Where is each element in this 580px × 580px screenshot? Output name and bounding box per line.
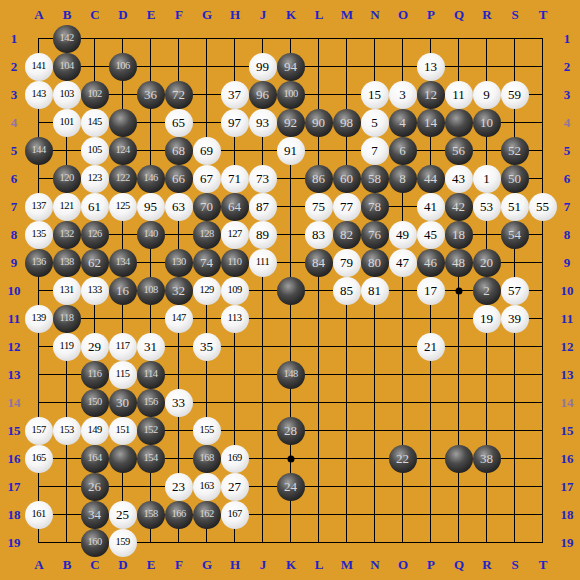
move-number: 19 (480, 312, 493, 325)
stone-black-58: 58 (361, 165, 389, 193)
move-number: 90 (312, 116, 325, 129)
row-label-left-13: 13 (8, 367, 21, 383)
stone-black-56: 56 (445, 137, 473, 165)
stone-white-37: 37 (221, 81, 249, 109)
move-number: 161 (31, 509, 45, 520)
row-label-right-15: 15 (561, 423, 574, 439)
row-label-right-8: 8 (564, 227, 571, 243)
stone-black-66: 66 (165, 165, 193, 193)
move-number: 77 (340, 200, 353, 213)
move-number: 36 (144, 88, 157, 101)
stone-white-153: 153 (53, 417, 81, 445)
grid-line-horizontal (38, 318, 543, 319)
col-label-top-M: M (341, 7, 353, 23)
stone-black-16: 16 (109, 277, 137, 305)
move-number: 136 (31, 257, 45, 268)
stone-white-57: 57 (501, 277, 529, 305)
stone-white-123: 123 (81, 165, 109, 193)
move-number: 113 (228, 313, 242, 324)
stone-white-7: 7 (361, 137, 389, 165)
stone-black-70: 70 (193, 193, 221, 221)
stone-white-111: 111 (249, 249, 277, 277)
move-number: 102 (87, 89, 101, 100)
stone-white-35: 35 (193, 333, 221, 361)
stone-black-102: 102 (81, 81, 109, 109)
move-number: 7 (371, 144, 378, 157)
move-number: 26 (88, 480, 101, 493)
stone-white-147: 147 (165, 305, 193, 333)
move-number: 143 (31, 89, 45, 100)
stone-black-108: 108 (137, 277, 165, 305)
stone-black-54: 54 (501, 221, 529, 249)
col-label-top-P: P (427, 7, 435, 23)
move-number: 86 (312, 172, 325, 185)
stone-white-63: 63 (165, 193, 193, 221)
stone-black-20: 20 (473, 249, 501, 277)
move-number: 57 (508, 284, 521, 297)
row-label-right-19: 19 (561, 535, 574, 551)
move-number: 99 (256, 60, 269, 73)
col-label-bottom-L: L (315, 557, 324, 573)
move-number: 133 (87, 285, 101, 296)
move-number: 70 (200, 200, 213, 213)
stone-white-155: 155 (193, 417, 221, 445)
move-number: 53 (480, 200, 493, 213)
col-label-bottom-H: H (230, 557, 240, 573)
stone-black-96: 96 (249, 81, 277, 109)
stone-black-46: 46 (417, 249, 445, 277)
row-label-right-2: 2 (564, 59, 571, 75)
stone-black-28: 28 (277, 417, 305, 445)
move-number: 74 (200, 256, 213, 269)
grid-line-vertical (542, 38, 543, 543)
stone-black-52: 52 (501, 137, 529, 165)
move-number: 11 (452, 88, 465, 101)
move-number: 8 (399, 172, 406, 185)
stone-black-128: 128 (193, 221, 221, 249)
move-number: 17 (424, 284, 437, 297)
stone-white-43: 43 (445, 165, 473, 193)
stone-black-handicap-Q4 (445, 109, 473, 137)
row-label-right-17: 17 (561, 479, 574, 495)
move-number: 101 (59, 117, 73, 128)
move-number: 84 (312, 256, 325, 269)
stone-white-113: 113 (221, 305, 249, 333)
stone-white-11: 11 (445, 81, 473, 109)
move-number: 71 (228, 172, 241, 185)
row-label-left-9: 9 (11, 255, 18, 271)
stone-white-145: 145 (81, 109, 109, 137)
move-number: 79 (340, 256, 353, 269)
stone-white-13: 13 (417, 53, 445, 81)
row-label-left-15: 15 (8, 423, 21, 439)
stone-black-42: 42 (445, 193, 473, 221)
stone-white-91: 91 (277, 137, 305, 165)
move-number: 30 (116, 396, 129, 409)
move-number: 98 (340, 116, 353, 129)
stone-white-73: 73 (249, 165, 277, 193)
stone-black-80: 80 (361, 249, 389, 277)
stone-black-92: 92 (277, 109, 305, 137)
stone-white-99: 99 (249, 53, 277, 81)
move-number: 117 (116, 341, 130, 352)
move-number: 49 (396, 228, 409, 241)
stone-white-109: 109 (221, 277, 249, 305)
move-number: 169 (227, 453, 241, 464)
move-number: 146 (143, 173, 157, 184)
col-label-top-C: C (90, 7, 99, 23)
move-number: 153 (59, 425, 73, 436)
stone-white-167: 167 (221, 501, 249, 529)
stone-white-97: 97 (221, 109, 249, 137)
move-number: 97 (228, 116, 241, 129)
row-label-left-18: 18 (8, 507, 21, 523)
stone-black-118: 118 (53, 305, 81, 333)
stone-white-23: 23 (165, 473, 193, 501)
move-number: 22 (396, 452, 409, 465)
row-label-left-10: 10 (8, 283, 21, 299)
move-number: 5 (371, 116, 378, 129)
stone-white-61: 61 (81, 193, 109, 221)
stone-white-133: 133 (81, 277, 109, 305)
move-number: 132 (59, 229, 73, 240)
col-label-top-F: F (175, 7, 183, 23)
stone-white-127: 127 (221, 221, 249, 249)
move-number: 104 (59, 61, 73, 72)
stone-white-131: 131 (53, 277, 81, 305)
move-number: 4 (399, 116, 406, 129)
move-number: 156 (143, 397, 157, 408)
move-number: 126 (87, 229, 101, 240)
move-number: 42 (452, 200, 465, 213)
stone-white-25: 25 (109, 501, 137, 529)
stone-black-100: 100 (277, 81, 305, 109)
stone-black-166: 166 (165, 501, 193, 529)
stone-white-49: 49 (389, 221, 417, 249)
move-number: 13 (424, 60, 437, 73)
col-label-bottom-C: C (90, 557, 99, 573)
move-number: 44 (424, 172, 437, 185)
move-number: 23 (172, 480, 185, 493)
move-number: 121 (59, 201, 73, 212)
row-label-left-3: 3 (11, 87, 18, 103)
move-number: 111 (256, 257, 269, 268)
stone-white-47: 47 (389, 249, 417, 277)
move-number: 105 (87, 145, 101, 156)
stone-black-84: 84 (305, 249, 333, 277)
move-number: 151 (115, 425, 129, 436)
row-label-left-8: 8 (11, 227, 18, 243)
move-number: 124 (115, 145, 129, 156)
stone-black-8: 8 (389, 165, 417, 193)
col-label-top-J: J (260, 7, 267, 23)
stone-white-1: 1 (473, 165, 501, 193)
stone-black-156: 156 (137, 389, 165, 417)
stone-white-103: 103 (53, 81, 81, 109)
stone-white-59: 59 (501, 81, 529, 109)
move-number: 72 (172, 88, 185, 101)
move-number: 140 (143, 229, 157, 240)
col-label-bottom-E: E (147, 557, 156, 573)
row-label-right-9: 9 (564, 255, 571, 271)
move-number: 62 (88, 256, 101, 269)
stone-black-78: 78 (361, 193, 389, 221)
move-number: 118 (60, 313, 74, 324)
stone-black-142: 142 (53, 25, 81, 53)
star-point-Q10 (455, 287, 462, 294)
stone-white-29: 29 (81, 333, 109, 361)
stone-black-152: 152 (137, 417, 165, 445)
row-label-left-11: 11 (8, 311, 20, 327)
move-number: 128 (199, 229, 213, 240)
row-label-right-6: 6 (564, 171, 571, 187)
move-number: 108 (143, 285, 157, 296)
stone-white-101: 101 (53, 109, 81, 137)
stone-white-27: 27 (221, 473, 249, 501)
move-number: 145 (87, 117, 101, 128)
move-number: 87 (256, 200, 269, 213)
col-label-bottom-O: O (398, 557, 408, 573)
move-number: 60 (340, 172, 353, 185)
stone-white-3: 3 (389, 81, 417, 109)
move-number: 157 (31, 425, 45, 436)
move-number: 14 (424, 116, 437, 129)
stone-black-6: 6 (389, 137, 417, 165)
col-label-bottom-G: G (202, 557, 212, 573)
stone-white-33: 33 (165, 389, 193, 417)
row-label-left-12: 12 (8, 339, 21, 355)
move-number: 138 (59, 257, 73, 268)
stone-black-62: 62 (81, 249, 109, 277)
move-number: 167 (227, 509, 241, 520)
stone-black-64: 64 (221, 193, 249, 221)
row-label-right-4: 4 (564, 115, 571, 131)
stone-black-86: 86 (305, 165, 333, 193)
move-number: 78 (368, 200, 381, 213)
move-number: 75 (312, 200, 325, 213)
row-label-right-5: 5 (564, 143, 571, 159)
col-label-bottom-J: J (260, 557, 267, 573)
move-number: 65 (172, 116, 185, 129)
stone-white-5: 5 (361, 109, 389, 137)
stone-white-135: 135 (25, 221, 53, 249)
stone-white-19: 19 (473, 305, 501, 333)
stone-white-81: 81 (361, 277, 389, 305)
move-number: 32 (172, 284, 185, 297)
col-label-top-L: L (315, 7, 324, 23)
move-number: 2 (483, 284, 490, 297)
stone-black-138: 138 (53, 249, 81, 277)
move-number: 61 (88, 200, 101, 213)
move-number: 168 (199, 453, 213, 464)
stone-black-122: 122 (109, 165, 137, 193)
stone-white-137: 137 (25, 193, 53, 221)
move-number: 114 (144, 369, 158, 380)
move-number: 96 (256, 88, 269, 101)
stone-white-105: 105 (81, 137, 109, 165)
stone-white-85: 85 (333, 277, 361, 305)
move-number: 34 (88, 508, 101, 521)
move-number: 31 (144, 340, 157, 353)
move-number: 59 (508, 88, 521, 101)
col-label-top-H: H (230, 7, 240, 23)
stone-black-12: 12 (417, 81, 445, 109)
stone-black-36: 36 (137, 81, 165, 109)
move-number: 39 (508, 312, 521, 325)
stone-black-114: 114 (137, 361, 165, 389)
move-number: 115 (116, 369, 130, 380)
move-number: 129 (199, 285, 213, 296)
stone-white-149: 149 (81, 417, 109, 445)
move-number: 125 (115, 201, 129, 212)
move-number: 141 (31, 61, 45, 72)
stone-white-169: 169 (221, 445, 249, 473)
move-number: 82 (340, 228, 353, 241)
stone-black-50: 50 (501, 165, 529, 193)
move-number: 55 (536, 200, 549, 213)
col-label-top-K: K (286, 7, 296, 23)
stone-white-89: 89 (249, 221, 277, 249)
stone-white-139: 139 (25, 305, 53, 333)
row-label-right-13: 13 (561, 367, 574, 383)
stone-black-handicap-D4 (109, 109, 137, 137)
stone-black-2: 2 (473, 277, 501, 305)
row-label-right-14: 14 (561, 395, 574, 411)
stone-black-10: 10 (473, 109, 501, 137)
stone-black-48: 48 (445, 249, 473, 277)
stone-white-17: 17 (417, 277, 445, 305)
stone-white-15: 15 (361, 81, 389, 109)
stone-white-93: 93 (249, 109, 277, 137)
move-number: 41 (424, 200, 437, 213)
go-board[interactable]: AABBCCDDEEFFGGHHJJKKLLMMNNOOPPQQRRSSTT11… (0, 0, 580, 580)
col-label-top-B: B (63, 7, 72, 23)
col-label-top-A: A (34, 7, 43, 23)
stone-white-143: 143 (25, 81, 53, 109)
move-number: 123 (87, 173, 101, 184)
move-number: 10 (480, 116, 493, 129)
stone-black-144: 144 (25, 137, 53, 165)
col-label-top-D: D (118, 7, 127, 23)
move-number: 20 (480, 256, 493, 269)
move-number: 103 (59, 89, 73, 100)
move-number: 46 (424, 256, 437, 269)
move-number: 81 (368, 284, 381, 297)
move-number: 154 (143, 453, 157, 464)
move-number: 67 (200, 172, 213, 185)
move-number: 6 (399, 144, 406, 157)
move-number: 142 (59, 33, 73, 44)
col-label-top-N: N (370, 7, 379, 23)
move-number: 85 (340, 284, 353, 297)
col-label-bottom-R: R (482, 557, 491, 573)
stone-black-38: 38 (473, 445, 501, 473)
stone-black-74: 74 (193, 249, 221, 277)
stone-white-129: 129 (193, 277, 221, 305)
move-number: 48 (452, 256, 465, 269)
stone-white-77: 77 (333, 193, 361, 221)
move-number: 127 (227, 229, 241, 240)
stone-white-79: 79 (333, 249, 361, 277)
move-number: 35 (200, 340, 213, 353)
move-number: 148 (283, 369, 297, 380)
col-label-top-T: T (539, 7, 548, 23)
stone-white-125: 125 (109, 193, 137, 221)
stone-black-134: 134 (109, 249, 137, 277)
move-number: 47 (396, 256, 409, 269)
stone-black-68: 68 (165, 137, 193, 165)
move-number: 150 (87, 397, 101, 408)
stone-white-21: 21 (417, 333, 445, 361)
row-label-right-11: 11 (561, 311, 573, 327)
row-label-right-10: 10 (561, 283, 574, 299)
stone-black-150: 150 (81, 389, 109, 417)
stone-black-154: 154 (137, 445, 165, 473)
move-number: 94 (284, 60, 297, 73)
move-number: 149 (87, 425, 101, 436)
stone-white-161: 161 (25, 501, 53, 529)
stone-white-69: 69 (193, 137, 221, 165)
move-number: 28 (284, 424, 297, 437)
stone-black-104: 104 (53, 53, 81, 81)
stone-black-126: 126 (81, 221, 109, 249)
move-number: 137 (31, 201, 45, 212)
row-label-right-3: 3 (564, 87, 571, 103)
stone-black-14: 14 (417, 109, 445, 137)
move-number: 68 (172, 144, 185, 157)
col-label-bottom-A: A (34, 557, 43, 573)
stone-black-136: 136 (25, 249, 53, 277)
stone-black-140: 140 (137, 221, 165, 249)
stone-white-75: 75 (305, 193, 333, 221)
col-label-bottom-T: T (539, 557, 548, 573)
stone-black-26: 26 (81, 473, 109, 501)
col-label-bottom-N: N (370, 557, 379, 573)
move-number: 89 (256, 228, 269, 241)
stone-black-168: 168 (193, 445, 221, 473)
stone-black-24: 24 (277, 473, 305, 501)
stone-black-76: 76 (361, 221, 389, 249)
move-number: 21 (424, 340, 437, 353)
stone-black-90: 90 (305, 109, 333, 137)
move-number: 106 (115, 61, 129, 72)
row-label-right-1: 1 (564, 31, 571, 47)
stone-white-115: 115 (109, 361, 137, 389)
move-number: 116 (88, 369, 102, 380)
stone-white-87: 87 (249, 193, 277, 221)
move-number: 38 (480, 452, 493, 465)
stone-white-45: 45 (417, 221, 445, 249)
move-number: 37 (228, 88, 241, 101)
col-label-bottom-F: F (175, 557, 183, 573)
stone-white-9: 9 (473, 81, 501, 109)
move-number: 29 (88, 340, 101, 353)
move-number: 76 (368, 228, 381, 241)
move-number: 135 (31, 229, 45, 240)
row-label-right-7: 7 (564, 199, 571, 215)
col-label-top-Q: Q (454, 7, 464, 23)
move-number: 66 (172, 172, 185, 185)
move-number: 91 (284, 144, 297, 157)
row-label-left-17: 17 (8, 479, 21, 495)
stone-black-30: 30 (109, 389, 137, 417)
col-label-bottom-B: B (63, 557, 72, 573)
move-number: 162 (199, 509, 213, 520)
move-number: 27 (228, 480, 241, 493)
move-number: 159 (115, 537, 129, 548)
stone-black-handicap-Q16 (445, 445, 473, 473)
stone-black-130: 130 (165, 249, 193, 277)
